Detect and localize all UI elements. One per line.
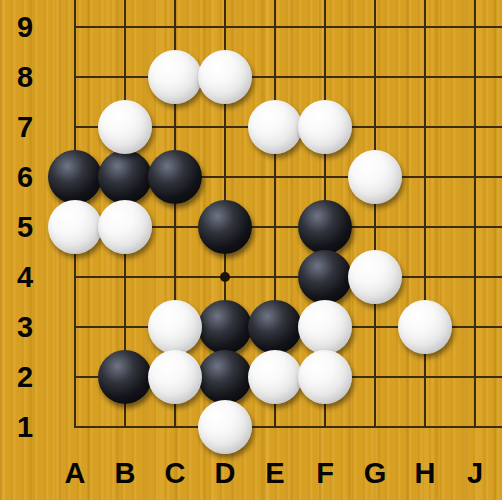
black-stone-c6	[148, 150, 202, 204]
row-label-8: 8	[0, 59, 50, 95]
white-stone-e7	[248, 100, 302, 154]
col-label-c: C	[150, 455, 200, 491]
black-stone-b6	[98, 150, 152, 204]
row-label-4: 4	[0, 259, 50, 295]
white-stone-f7	[298, 100, 352, 154]
black-stone-f5	[298, 200, 352, 254]
col-label-a: A	[50, 455, 100, 491]
white-stone-c2	[148, 350, 202, 404]
white-stone-e2	[248, 350, 302, 404]
grid-line-horizontal-8	[74, 76, 502, 78]
black-stone-f4	[298, 250, 352, 304]
white-stone-g6	[348, 150, 402, 204]
white-stone-c8	[148, 50, 202, 104]
grid-line-vertical-G	[374, 0, 376, 428]
white-stone-b5	[98, 200, 152, 254]
white-stone-c3	[148, 300, 202, 354]
row-label-2: 2	[0, 359, 50, 395]
row-label-5: 5	[0, 209, 50, 245]
col-label-j: J	[450, 455, 500, 491]
white-stone-f3	[298, 300, 352, 354]
grid-line-horizontal-1	[74, 426, 502, 428]
grid-line-vertical-J	[474, 0, 476, 428]
white-stone-b7	[98, 100, 152, 154]
row-label-6: 6	[0, 159, 50, 195]
col-label-h: H	[400, 455, 450, 491]
white-stone-a5	[48, 200, 102, 254]
white-stone-h3	[398, 300, 452, 354]
grid-line-vertical-H	[424, 0, 426, 428]
col-label-b: B	[100, 455, 150, 491]
go-board[interactable]: 987654321ABCDEFGHJ	[0, 0, 502, 500]
white-stone-f2	[298, 350, 352, 404]
white-stone-d8	[198, 50, 252, 104]
col-label-g: G	[350, 455, 400, 491]
row-label-9: 9	[0, 9, 50, 45]
white-stone-g4	[348, 250, 402, 304]
white-stone-d1	[198, 400, 252, 454]
row-label-7: 7	[0, 109, 50, 145]
col-label-e: E	[250, 455, 300, 491]
row-label-3: 3	[0, 309, 50, 345]
black-stone-a6	[48, 150, 102, 204]
black-stone-e3	[248, 300, 302, 354]
star-point-d4	[220, 272, 230, 282]
row-label-1: 1	[0, 409, 50, 445]
black-stone-b2	[98, 350, 152, 404]
black-stone-d5	[198, 200, 252, 254]
grid-line-horizontal-4	[74, 276, 502, 278]
black-stone-d3	[198, 300, 252, 354]
col-label-d: D	[200, 455, 250, 491]
black-stone-d2	[198, 350, 252, 404]
col-label-f: F	[300, 455, 350, 491]
grid-line-horizontal-9	[74, 26, 502, 28]
